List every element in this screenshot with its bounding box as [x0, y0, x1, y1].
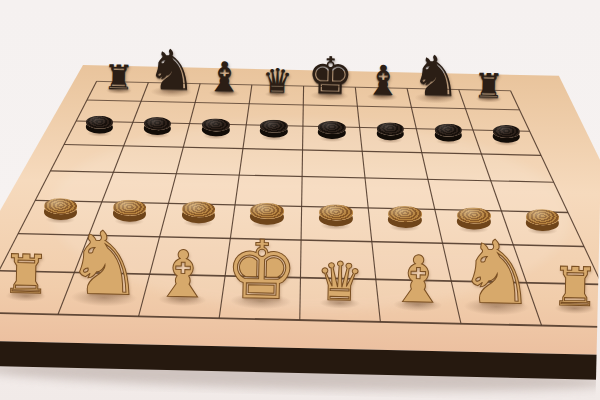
black-pawn-a6[interactable] [85, 116, 113, 129]
white-rook-a1[interactable]: ♜ [2, 249, 51, 303]
black-pawn-c6[interactable] [202, 119, 230, 132]
white-bishop-f1[interactable]: ♝ [389, 248, 448, 314]
black-pawn-f6[interactable] [376, 123, 404, 136]
black-rook-h8[interactable]: ♜ [473, 69, 504, 103]
black-queen-d8[interactable]: ♛ [262, 64, 293, 98]
black-king-e8[interactable]: ♚ [307, 50, 354, 102]
makruk-board[interactable] [0, 0, 600, 400]
white-queen-e1[interactable]: ♛ [315, 256, 364, 310]
white-knight-g1[interactable]: ♞ [457, 229, 537, 318]
makruk-board-scene: ♜♞♝♛♚♝♞♜♜♞♝♚♛♝♞♜ [0, 0, 600, 400]
white-king-d1[interactable]: ♚ [224, 230, 298, 312]
black-bishop-c8[interactable]: ♝ [206, 57, 244, 99]
black-pawn-e6[interactable] [318, 121, 346, 134]
black-knight-g8[interactable]: ♞ [411, 49, 462, 105]
makruk-photo-stage: ♜♞♝♛♚♝♞♜♜♞♝♚♛♝♞♜ [0, 0, 600, 400]
black-rook-a8[interactable]: ♜ [103, 61, 134, 95]
white-bishop-c1[interactable]: ♝ [153, 242, 212, 308]
white-rook-h1[interactable]: ♜ [551, 261, 600, 315]
black-bishop-f8[interactable]: ♝ [364, 60, 402, 102]
white-knight-b1[interactable]: ♞ [65, 220, 145, 309]
black-knight-b8[interactable]: ♞ [146, 43, 197, 99]
black-pawn-d6[interactable] [260, 120, 288, 133]
black-pawn-b6[interactable] [144, 117, 172, 130]
black-pawn-h6[interactable] [493, 125, 521, 138]
black-pawn-g6[interactable] [435, 124, 463, 137]
